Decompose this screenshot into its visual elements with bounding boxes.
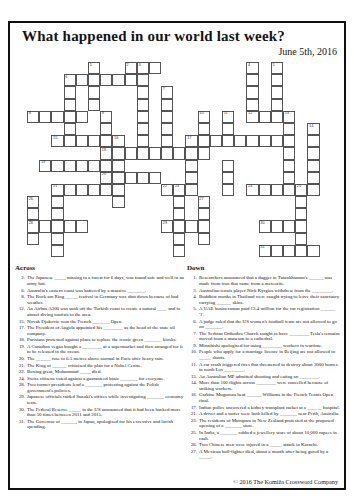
grid-cell[interactable]: [51, 245, 63, 257]
grid-cell[interactable]: [283, 172, 295, 184]
grid-cell[interactable]: [198, 208, 210, 220]
grid-cell[interactable]: [125, 74, 137, 86]
clue-number: 17.: [188, 405, 197, 411]
cell-number: 27: [199, 197, 203, 202]
clue-text: Two former presidents lead a _______ pro…: [27, 382, 159, 393]
clue-number: 29.: [16, 394, 25, 400]
clue-number: 13.: [188, 374, 197, 380]
grid-cell[interactable]: [51, 233, 63, 245]
grid-cell[interactable]: 10: [198, 111, 210, 123]
grid-cell[interactable]: [76, 111, 88, 123]
clue-number: 22.: [16, 369, 25, 375]
clue-text: Australia's eastern coast was battered b…: [27, 288, 146, 293]
clue-item: 9.Mitsubishi apologised for using ______…: [187, 343, 340, 349]
grid-cell[interactable]: [295, 220, 307, 232]
grid-cell[interactable]: [27, 208, 39, 220]
clue-text: A car crash triggered fires that threate…: [199, 362, 338, 373]
clue-text: The Rock am Ring _____ festival in Germa…: [27, 294, 178, 305]
grid-cell[interactable]: [161, 99, 173, 111]
grid-cell[interactable]: [51, 111, 63, 123]
copyright: © 2016 The Komiža Crossword Company: [233, 478, 338, 485]
clue-item: 22.Boxing great, Muhammad ____, died.: [15, 369, 185, 375]
grid-cell[interactable]: [64, 184, 76, 196]
cell-number: 13: [285, 111, 289, 116]
clue-number: 10.: [188, 349, 197, 355]
clue-text: A Canadian vegan bought a ________ at a …: [27, 344, 183, 355]
clue-item: 31.The Governor of ______, in Japan, apo…: [15, 419, 185, 430]
grid-cell[interactable]: [137, 86, 149, 98]
page-title: What happened in our world last week?: [22, 28, 285, 45]
clue-item: 6.Australia's eastern coast was battered…: [15, 288, 185, 294]
cell-number: 5: [272, 63, 274, 68]
cell-number: 18: [102, 148, 106, 153]
grid-cell[interactable]: [271, 99, 283, 111]
clue-number: 23.: [188, 418, 197, 424]
clue-text: A UAE businessman paid £3.4 million for …: [199, 306, 335, 317]
grid-cell[interactable]: [283, 160, 295, 172]
clue-number: 5.: [188, 306, 197, 312]
clue-text: Mitsubishi apologised for using ________…: [199, 343, 322, 348]
grid-cell[interactable]: [246, 74, 258, 86]
grid-cell[interactable]: [246, 135, 258, 147]
grid-cell[interactable]: [64, 123, 76, 135]
clue-item: 25.In India, a _______ robbed a jeweller…: [187, 430, 340, 441]
cell-number: 11: [224, 111, 228, 116]
grid-cell[interactable]: [271, 184, 283, 196]
grid-cell[interactable]: [185, 160, 197, 172]
clue-number: 20.: [16, 356, 25, 362]
grid-cell[interactable]: 19: [39, 160, 51, 172]
across-header: Across: [15, 265, 185, 273]
grid-cell[interactable]: [137, 111, 149, 123]
clue-text: The residents of Murupara in New Zealand…: [199, 418, 334, 429]
grid-cell[interactable]: 4: [246, 62, 258, 74]
clue-text: More than 100 flights across ________ we…: [199, 380, 328, 391]
grid-cell[interactable]: [307, 245, 319, 257]
grid-cell[interactable]: [271, 111, 283, 123]
clue-number: 15.: [16, 319, 25, 325]
grid-cell[interactable]: [137, 172, 149, 184]
grid-cell[interactable]: [125, 147, 137, 159]
clue-text: In India, a _______ robbed a jewellery s…: [199, 430, 337, 441]
cell-number: 25: [297, 184, 301, 189]
grid-cell[interactable]: [283, 184, 295, 196]
grid-cell[interactable]: [64, 135, 76, 147]
clue-number: 16.: [188, 392, 197, 398]
grid-cell[interactable]: [295, 233, 307, 245]
grid-cell[interactable]: 2: [125, 62, 137, 74]
grid-cell[interactable]: 26: [27, 196, 39, 208]
grid-cell[interactable]: [76, 184, 88, 196]
clue-item: 17.The President of Angola appointed his…: [15, 325, 185, 336]
grid-cell[interactable]: [283, 123, 295, 135]
clue-number: 27.: [188, 449, 197, 455]
cell-number: 22: [163, 184, 167, 189]
cell-number: 26: [29, 197, 33, 202]
grid-cell[interactable]: [100, 135, 112, 147]
clue-item: 8.The Rock am Ring _____ festival in Ger…: [15, 294, 185, 305]
clue-item: 4.Buddhist monks in Thailand were caught…: [187, 294, 340, 305]
clue-item: 6.A judge ruled that the US women's foot…: [187, 319, 340, 330]
grid-cell[interactable]: [307, 135, 319, 147]
grid-cell[interactable]: [173, 208, 185, 220]
grid-cell[interactable]: [173, 147, 185, 159]
clue-item: 11.A car crash triggered fires that thre…: [187, 362, 340, 373]
grid-cell[interactable]: [210, 135, 222, 147]
clue-item: 2.The Japanese ____, missing in a forest…: [15, 275, 185, 286]
grid-cell[interactable]: [271, 135, 283, 147]
grid-cell[interactable]: 11: [222, 111, 234, 123]
grid-cell[interactable]: [283, 220, 295, 232]
clue-number: 1.: [188, 275, 197, 281]
grid-cell[interactable]: [198, 135, 210, 147]
grid-cell[interactable]: [149, 172, 161, 184]
clue-number: 4.: [188, 294, 197, 300]
grid-cell[interactable]: [185, 220, 197, 232]
clue-number: 31.: [16, 419, 25, 425]
cell-number: 23: [175, 184, 179, 189]
grid-cell[interactable]: [246, 86, 258, 98]
clue-number: 8.: [16, 294, 25, 300]
clue-item: 29.Japanese officials raided Suzuki's of…: [15, 394, 185, 405]
clue-text: Swiss citizens voted against a guarantee…: [27, 376, 165, 381]
clue-text: The King of ______ criticised the plan f…: [27, 363, 142, 368]
clue-item: 5.A UAE businessman paid £3.4 million fo…: [187, 306, 340, 317]
cell-number: 29: [163, 221, 167, 226]
clue-text: The President of Angola appointed his __…: [27, 325, 175, 336]
grid-cell[interactable]: 29: [161, 220, 173, 232]
grid-cell[interactable]: 8: [27, 111, 39, 123]
grid-cell[interactable]: 22: [161, 184, 173, 196]
grid-cell[interactable]: [295, 196, 307, 208]
grid-cell[interactable]: 21: [51, 184, 63, 196]
grid-cell[interactable]: [161, 111, 173, 123]
cell-number: 10: [199, 111, 203, 116]
grid-cell[interactable]: 3: [137, 62, 149, 74]
cell-number: 8: [29, 111, 31, 116]
grid-cell[interactable]: [222, 184, 234, 196]
clue-text: Parisians protested against plans to rep…: [27, 337, 177, 342]
grid-cell[interactable]: [198, 147, 210, 159]
puzzle-date: June 5th, 2016: [278, 46, 337, 57]
grid-cell[interactable]: 23: [173, 184, 185, 196]
grid-cell[interactable]: [161, 135, 173, 147]
clue-number: 17.: [16, 325, 25, 331]
grid-cell[interactable]: [112, 147, 124, 159]
grid-cell[interactable]: [161, 147, 173, 159]
grid-cell[interactable]: [283, 135, 295, 147]
grid-cell[interactable]: [283, 147, 295, 159]
grid-cell[interactable]: [64, 86, 76, 98]
clue-item: 12.An Airbus A300 was sunk off the Turki…: [15, 306, 185, 317]
grid-cell[interactable]: 14: [307, 123, 319, 135]
cell-number: 30: [260, 221, 264, 226]
grid-cell[interactable]: [173, 233, 185, 245]
cell-number: 12: [248, 111, 252, 116]
grid-cell[interactable]: [88, 135, 100, 147]
cell-number: 3: [138, 63, 140, 68]
grid-cell[interactable]: [51, 220, 63, 232]
clue-item: 16.Garbine Muguruza beat ______ Williams…: [187, 392, 340, 403]
clue-number: 30.: [16, 407, 25, 413]
cell-number: 14: [309, 124, 313, 129]
clue-number: 6.: [16, 288, 25, 294]
grid-cell[interactable]: [198, 123, 210, 135]
clue-number: 9.: [188, 343, 197, 349]
grid-cell[interactable]: [112, 172, 124, 184]
clue-number: 11.: [188, 362, 197, 368]
grid-cell[interactable]: [246, 99, 258, 111]
grid-cell[interactable]: [259, 111, 271, 123]
grid-cell[interactable]: 7: [161, 86, 173, 98]
grid-cell[interactable]: 6: [64, 74, 76, 86]
cell-number: 28: [29, 221, 33, 226]
clue-text: Two Chinese men were injured in a _____ …: [199, 442, 318, 447]
cell-number: 2: [126, 63, 128, 68]
grid-cell[interactable]: 24: [246, 184, 258, 196]
clue-text: Buddhist monks in Thailand were caught t…: [199, 294, 339, 305]
grid-cell[interactable]: [88, 184, 100, 196]
clue-text: The Governor of ______, in Japan, apolog…: [27, 419, 173, 430]
grid-cell[interactable]: [137, 99, 149, 111]
grid-cell[interactable]: [51, 196, 63, 208]
grid-cell[interactable]: [76, 135, 88, 147]
grid-cell[interactable]: [149, 62, 161, 74]
grid-cell[interactable]: 13: [283, 111, 295, 123]
grid-cell[interactable]: [234, 135, 246, 147]
grid-cell[interactable]: [125, 172, 137, 184]
grid-cell[interactable]: [88, 74, 100, 86]
grid-cell[interactable]: 12: [246, 111, 258, 123]
grid-cell[interactable]: 5: [271, 62, 283, 74]
grid-cell[interactable]: [295, 245, 307, 257]
cell-number: 24: [248, 184, 252, 189]
cell-number: 16: [114, 136, 118, 141]
puzzle-page: What happened in our world last week? Ju…: [0, 0, 354, 500]
grid-cell[interactable]: [222, 160, 234, 172]
clue-item: 13.An Australian MP admitted shooting an…: [187, 374, 340, 380]
clue-number: 25.: [188, 430, 197, 436]
grid-cell[interactable]: 16: [112, 135, 124, 147]
grid-cell[interactable]: [271, 74, 283, 86]
clue-item: 15.Novak Djokovic won the French _______…: [15, 319, 185, 325]
clue-item: 1.Researchers announced that a dagger in…: [187, 275, 340, 286]
cell-number: 7: [163, 87, 165, 92]
clue-item: 14.More than 100 flights across ________…: [187, 380, 340, 391]
grid-cell[interactable]: [137, 147, 149, 159]
clue-text: Australian tennis player Nick Kyrgios wi…: [199, 288, 333, 293]
clue-number: 18.: [16, 337, 25, 343]
grid-cell[interactable]: [222, 123, 234, 135]
clue-number: 12.: [16, 306, 25, 312]
grid-cell[interactable]: [137, 74, 149, 86]
cell-number: 15: [53, 136, 57, 141]
clue-item: 28.Two former presidents lead a _______ …: [15, 382, 185, 393]
grid-cell[interactable]: [259, 184, 271, 196]
grid-cell[interactable]: 30: [259, 220, 271, 232]
clue-text: The Japanese ____, missing in a forest f…: [27, 275, 184, 286]
grid-cell[interactable]: [100, 123, 112, 135]
grid-cell[interactable]: [27, 233, 39, 245]
clue-text: An Airbus A300 was sunk off the Turkish …: [27, 306, 180, 317]
down-header: Down: [187, 265, 340, 273]
clue-number: 21.: [16, 363, 25, 369]
clue-number: 6.: [188, 319, 197, 325]
cell-number: 17: [187, 136, 191, 141]
clue-number: 14.: [188, 380, 197, 386]
grid-cell[interactable]: [307, 147, 319, 159]
clue-text: Indian police uncovered a kidney transpl…: [199, 405, 340, 410]
grid-cell[interactable]: [76, 160, 88, 172]
grid-cell[interactable]: [88, 86, 100, 98]
grid-cell[interactable]: [100, 184, 112, 196]
grid-cell[interactable]: 20: [100, 172, 112, 184]
grid-cell[interactable]: [271, 220, 283, 232]
grid-cell[interactable]: [161, 123, 173, 135]
clue-text: Garbine Muguruza beat ______ Williams in…: [199, 392, 333, 403]
grid-cell[interactable]: 31: [259, 245, 271, 257]
grid-cell[interactable]: [64, 220, 76, 232]
clue-text: An Australian MP admitted shooting and e…: [199, 374, 320, 379]
clue-number: 28.: [16, 382, 25, 388]
grid-cell[interactable]: [259, 135, 271, 147]
clue-number: 24.: [16, 376, 25, 382]
grid-cell[interactable]: [173, 196, 185, 208]
clue-item: 27.A Mexican bull-fighter died, about a …: [187, 449, 340, 460]
clue-text: Novak Djokovic won the French _______ Op…: [27, 319, 123, 324]
clue-number: 2.: [16, 275, 25, 281]
grid-cell[interactable]: 18: [100, 147, 112, 159]
grid-cell[interactable]: 17: [185, 135, 197, 147]
grid-cell[interactable]: [88, 99, 100, 111]
clue-text: A driver and a surfer were both killed b…: [199, 411, 339, 416]
grid-cell[interactable]: [222, 172, 234, 184]
grid-cell[interactable]: [185, 172, 197, 184]
clue-item: 3.Australian tennis player Nick Kyrgios …: [187, 288, 340, 294]
grid-cell[interactable]: [137, 123, 149, 135]
grid-cell[interactable]: 28: [27, 220, 39, 232]
grid-cell[interactable]: [185, 184, 197, 196]
clue-number: 7.: [188, 331, 197, 337]
clue-item: 17.Indian police uncovered a kidney tran…: [187, 405, 340, 411]
grid-cell[interactable]: [112, 196, 124, 208]
clue-number: 3.: [188, 288, 197, 294]
grid-cell[interactable]: [307, 172, 319, 184]
across-clues: Across 2.The Japanese ____, missing in a…: [15, 265, 185, 431]
clue-text: Boxing great, Muhammad ____, died.: [27, 369, 102, 374]
grid-cell[interactable]: [271, 86, 283, 98]
grid-cell[interactable]: [185, 147, 197, 159]
grid-cell[interactable]: [64, 99, 76, 111]
clue-item: 30.The Federal Reserve _____ in the US a…: [15, 407, 185, 418]
grid-cell[interactable]: [100, 160, 112, 172]
grid-cell[interactable]: [112, 74, 124, 86]
grid-cell[interactable]: [198, 220, 210, 232]
clue-text: People who apply for a marriage licence …: [199, 349, 335, 360]
grid-cell[interactable]: [51, 160, 63, 172]
grid-cell[interactable]: [88, 160, 100, 172]
clue-text: The ______ rose to 6.5 metres above norm…: [27, 356, 164, 361]
clue-item: 21.The King of ______ criticised the pla…: [15, 363, 185, 369]
cell-number: 19: [41, 160, 45, 165]
grid-cell[interactable]: [307, 160, 319, 172]
crossword-grid: 1234567891011121314151617181920212223242…: [27, 62, 320, 257]
grid-cell[interactable]: 1: [88, 62, 100, 74]
grid-cell[interactable]: [76, 220, 88, 232]
clue-number: 26.: [188, 442, 197, 448]
cell-number: 21: [53, 184, 57, 189]
down-clues: Down 1.Researchers announced that a dagg…: [187, 265, 340, 461]
clue-text: A judge ruled that the US women's footba…: [199, 319, 337, 330]
clue-item: 20.The ______ rose to 6.5 metres above n…: [15, 356, 185, 362]
cell-number: 6: [65, 75, 67, 80]
grid-cell[interactable]: [283, 245, 295, 257]
grid-cell[interactable]: [198, 233, 210, 245]
grid-cell[interactable]: [222, 135, 234, 147]
grid-cell[interactable]: [173, 220, 185, 232]
grid-cell[interactable]: [149, 147, 161, 159]
clue-item: 23.The residents of Murupara in New Zeal…: [187, 418, 340, 429]
clue-item: 24.Swiss citizens voted against a guaran…: [15, 376, 185, 382]
page-border: What happened in our world last week? Ju…: [8, 21, 346, 490]
cell-number: 1: [90, 63, 92, 68]
grid-cell[interactable]: [112, 160, 124, 172]
clue-text: Japanese officials raided Suzuki's offic…: [27, 394, 183, 405]
grid-cell[interactable]: 25: [295, 184, 307, 196]
cell-number: 31: [260, 245, 264, 250]
grid-cell[interactable]: [271, 245, 283, 257]
grid-cell[interactable]: [100, 74, 112, 86]
clue-item: 26.Two Chinese men were injured in a ___…: [187, 442, 340, 448]
cell-number: 20: [102, 172, 106, 177]
grid-cell[interactable]: [39, 220, 51, 232]
clue-text: The Federal Reserve _____ in the US anno…: [27, 407, 181, 418]
clue-item: 7.The Serbian Orthodox Church sought to …: [187, 331, 340, 342]
grid-cell[interactable]: [112, 184, 124, 196]
cell-number: 4: [248, 63, 250, 68]
grid-cell[interactable]: 9: [100, 111, 112, 123]
clue-item: 10.People who apply for a marriage licen…: [187, 349, 340, 360]
grid-cell[interactable]: [307, 184, 319, 196]
clue-number: 21.: [188, 411, 197, 417]
clue-item: 21.A driver and a surfer were both kille…: [187, 411, 340, 417]
grid-cell[interactable]: [64, 111, 76, 123]
grid-cell[interactable]: 27: [198, 196, 210, 208]
grid-cell[interactable]: [137, 135, 149, 147]
grid-cell[interactable]: [76, 74, 88, 86]
clue-number: 19.: [16, 344, 25, 350]
grid-cell[interactable]: [39, 111, 51, 123]
grid-cell[interactable]: [173, 245, 185, 257]
clue-text: The Serbian Orthodox Church sought to ha…: [199, 331, 340, 342]
grid-cell[interactable]: 15: [51, 135, 63, 147]
grid-cell[interactable]: [51, 208, 63, 220]
clue-item: 19.A Canadian vegan bought a ________ at…: [15, 344, 185, 355]
grid-cell[interactable]: [295, 208, 307, 220]
grid-cell[interactable]: [64, 160, 76, 172]
cell-number: 9: [102, 111, 104, 116]
clue-text: A Mexican bull-fighter died, about a mon…: [199, 449, 328, 460]
clue-text: Researchers announced that a dagger in T…: [199, 275, 332, 286]
clue-item: 18.Parisians protested against plans to …: [15, 337, 185, 343]
